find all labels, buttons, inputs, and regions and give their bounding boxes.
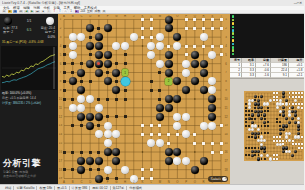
territory-mark-black [245, 154, 247, 156]
stone-white [260, 154, 263, 157]
territory-mark-black [258, 96, 260, 98]
coord-number-right: 1 [223, 18, 230, 21]
territory-mark-white [202, 18, 205, 21]
territory-mark-white [185, 45, 188, 48]
territory-mark-black [254, 154, 256, 156]
territory-mark-black [245, 103, 247, 105]
coord-number-right: 9 [223, 89, 230, 92]
coord-number-right: 12 [223, 115, 230, 118]
territory-mark-black [63, 98, 66, 101]
stone-white [173, 122, 181, 130]
stone-white [182, 69, 190, 77]
territory-mark-black [97, 151, 100, 154]
territory-mark-white [298, 96, 300, 98]
coord-number-right: 3 [223, 36, 230, 39]
coord-letter-bottom: N [166, 180, 172, 183]
coord-letter-bottom: S [209, 180, 215, 183]
territory-mark-black [276, 121, 278, 123]
coord-number-left: 18 [58, 168, 63, 171]
stone-white [251, 128, 254, 131]
territory-mark-white [273, 140, 275, 142]
coord-number-right: 2 [223, 27, 230, 30]
stone-black [260, 110, 263, 113]
stone-black [285, 124, 288, 127]
coord-number-right: 18 [223, 168, 230, 171]
stone-black [282, 113, 285, 116]
stone-black [95, 113, 103, 121]
stone-white [156, 60, 164, 68]
stone-black [285, 99, 288, 102]
coord-number-left: 7 [58, 71, 63, 74]
table-row[interactable]: 33.3-1.69.1+2.1 [230, 73, 304, 78]
app-window: LizzieYzy 0.7.4 - (KataGo 分析引擎) - [研究对局.… [0, 0, 304, 190]
territory-mark-black [115, 62, 118, 65]
territory-mark-black [158, 89, 161, 92]
black-captures: 黑子: 2 [3, 30, 17, 34]
territory-mark-white [282, 103, 284, 105]
territory-mark-black [97, 124, 100, 127]
stone-black [165, 104, 173, 112]
stone-black [104, 51, 112, 59]
coords-toggle[interactable]: 坐标 [87, 10, 93, 13]
territory-mark-black [97, 27, 100, 30]
territory-mark-white [295, 96, 297, 98]
coord-number-left: 16 [58, 150, 63, 153]
territory-mark-white [289, 107, 291, 109]
stone-black [282, 110, 285, 113]
territory-mark-white [273, 136, 275, 138]
territory-mark-white [273, 99, 275, 101]
stone-black [165, 148, 173, 156]
stone-white [182, 113, 190, 121]
stone-black [200, 69, 208, 77]
coord-letter-top: G [113, 15, 119, 18]
territory-mark-white [141, 133, 144, 136]
territory-mark-black [71, 168, 74, 171]
stone-black [251, 154, 254, 157]
stone-black [200, 86, 208, 94]
stone-black [77, 69, 85, 77]
table-cell: +2.1 [289, 73, 304, 78]
territory-mark-black [258, 154, 260, 156]
territory-mark-white [276, 99, 278, 101]
territory-mark-white [276, 136, 278, 138]
stone-white [285, 102, 288, 105]
territory-mark-white [298, 143, 300, 145]
hover-move-marker[interactable] [121, 77, 130, 86]
stone-black [95, 33, 103, 41]
territory-mark-white [292, 140, 294, 142]
territory-mark-black [279, 125, 281, 127]
territory-mark-black [71, 124, 74, 127]
coord-letter-top: E [96, 15, 102, 18]
settings-icon[interactable]: ⚙ [102, 10, 106, 13]
territory-mark-black [251, 118, 253, 120]
log-color-chip [232, 46, 235, 49]
territory-mark-black [71, 62, 74, 65]
stone-black [288, 121, 291, 124]
coord-letter-top: F [105, 15, 111, 18]
territory-mark-black [97, 98, 100, 101]
stone-white [69, 33, 77, 41]
coord-letter-top: K [140, 15, 146, 18]
territory-mark-black [248, 147, 250, 149]
stone-white [285, 135, 288, 138]
territory-mark-white [193, 142, 196, 145]
territory-mark-white [292, 143, 294, 145]
coord-number-left: 13 [58, 124, 63, 127]
close-button[interactable]: ✕ [299, 1, 302, 5]
territory-mark-black [63, 151, 66, 154]
back-icon[interactable]: ◀ [24, 10, 28, 13]
go-board[interactable]: Kata白 12AA11BB22CC33DD44EE55FF66GG77HH88… [58, 14, 230, 184]
territory-mark-white [141, 36, 144, 39]
last-move-icon[interactable]: ⏭ [35, 10, 39, 13]
territory-mark-white [150, 36, 153, 39]
status-segment: 用时 00:12 [89, 186, 109, 190]
letter-red-icon[interactable]: T [52, 10, 56, 13]
stone-black [86, 60, 94, 68]
engine-block[interactable]: 分析引擎 引擎1 权重: 已加载 点击此处启动或停止分析 [3, 157, 41, 178]
stone-white [260, 143, 263, 146]
stone-white [104, 122, 112, 130]
territory-mark-black [71, 98, 74, 101]
territory-mark-white [292, 92, 294, 94]
stone-black [200, 157, 208, 165]
territory-mark-black [80, 124, 83, 127]
coord-letter-top: D [87, 15, 93, 18]
log-color-chip [232, 15, 235, 18]
territory-mark-black [251, 110, 253, 112]
territory-mark-black [251, 147, 253, 149]
territory-mark-black [150, 89, 153, 92]
first-move-icon[interactable]: ⏮ [19, 10, 23, 13]
territory-mark-black [254, 107, 256, 109]
territory-mark-white [158, 124, 161, 127]
coord-letter-top: R [201, 15, 207, 18]
stone-black [254, 135, 257, 138]
territory-mark-black [258, 136, 260, 138]
coord-number-left: 12 [58, 115, 63, 118]
coord-letter-bottom: Q [192, 180, 198, 183]
territory-mark-black [89, 36, 92, 39]
analysis-panel: 1/1 胜率: 77.3 黑子: 2 6.5 目差: 20.4 白子: 2 0.… [0, 14, 58, 184]
save-icon[interactable]: ▦ [13, 10, 17, 13]
territory-mark-white [276, 92, 278, 94]
territory-mark-black [258, 125, 260, 127]
open-file-icon[interactable]: ▣ [8, 10, 12, 13]
territory-mark-white [193, 45, 196, 48]
coord-letter-bottom: E [96, 180, 102, 183]
table-cell: -1.6 [256, 73, 271, 78]
stone-white [104, 139, 112, 147]
coord-letter-bottom: P [183, 180, 189, 183]
status-segment: 权重:18b [36, 186, 54, 190]
coord-number-right: 17 [223, 159, 230, 162]
coord-number-left: 19 [58, 177, 63, 180]
stone-white [208, 122, 216, 130]
territory-mark-white [211, 142, 214, 145]
stone-black [257, 132, 260, 135]
territory-mark-black [63, 53, 66, 56]
forward-icon[interactable]: ▶ [30, 10, 34, 13]
players-header: 1/1 [0, 14, 58, 26]
territory-mark-white [141, 18, 144, 21]
stone-white [288, 132, 291, 135]
black-stone-icon[interactable]: ● [41, 10, 45, 13]
visits-count[interactable]: 243 [80, 10, 85, 13]
triangle-mark-icon[interactable]: △ [63, 10, 67, 13]
coord-number-left: 6 [58, 62, 63, 65]
territory-mark-white [295, 92, 297, 94]
stone-black [104, 60, 112, 68]
territory-mark-white [150, 133, 153, 136]
coord-number-left: 2 [58, 27, 63, 30]
stone-black [95, 51, 103, 59]
territory-mark-black [124, 89, 127, 92]
territory-mark-white [202, 45, 205, 48]
territory-mark-black [71, 151, 74, 154]
coord-letter-bottom: K [140, 180, 146, 183]
candidate-move-marker[interactable]: 2 [165, 78, 172, 85]
stone-white [95, 104, 103, 112]
territory-mark-white [141, 124, 144, 127]
stone-white [69, 42, 77, 50]
coord-number-left: 17 [58, 159, 63, 162]
territory-mark-white [301, 92, 303, 94]
territory-mark-black [276, 118, 278, 120]
variation-table: 序号胜率目差计算量提升13.1+7.6186+0.123.3-0.622.4+1… [230, 58, 304, 79]
coord-letter-bottom: M [157, 180, 163, 183]
coord-number-right: 4 [223, 44, 230, 47]
stone-white [182, 157, 190, 165]
territory-mark-black [89, 53, 92, 56]
new-file-icon[interactable]: ▤ [2, 10, 6, 13]
stone-white [147, 51, 155, 59]
territory-mark-black [254, 147, 256, 149]
territory-mark-white [193, 27, 196, 30]
territory-mark-black [261, 125, 263, 127]
main-area: 1/1 胜率: 77.3 黑子: 2 6.5 目差: 20.4 白子: 2 0.… [0, 14, 304, 184]
territory-mark-black [248, 136, 250, 138]
territory-mark-black [264, 110, 266, 112]
stone-black [251, 113, 254, 116]
status-segment: 第127手 [110, 186, 127, 190]
territory-mark-black [115, 80, 118, 83]
territory-mark-white [279, 136, 281, 138]
territory-mark-black [267, 107, 269, 109]
territory-mark-white [301, 143, 303, 145]
coord-number-right: 15 [223, 142, 230, 145]
status-segment: 引擎:KataGo [13, 186, 36, 190]
territory-mark-black [264, 125, 266, 127]
territory-mark-black [80, 151, 83, 154]
stone-black [165, 24, 173, 32]
log-color-chip [232, 22, 235, 25]
stone-black [282, 91, 285, 94]
territory-mark-white [150, 27, 153, 30]
stone-white [279, 143, 282, 146]
coord-letter-top: J [131, 15, 137, 18]
territory-mark-black [248, 154, 250, 156]
territory-mark-black [248, 114, 250, 116]
territory-mark-black [245, 147, 247, 149]
territory-mark-white [289, 103, 291, 105]
coord-number-left: 3 [58, 36, 63, 39]
stone-black [104, 77, 112, 85]
ownership-thumbnail-board[interactable] [244, 91, 304, 161]
territory-mark-black [124, 53, 127, 56]
coord-number-left: 10 [58, 97, 63, 100]
territory-mark-black [279, 114, 281, 116]
stat-line-visits: 计算量: 386/235 / 2% (+耗时) [2, 101, 56, 106]
stone-white [69, 51, 77, 59]
territory-mark-black [267, 132, 269, 134]
status-segment: 黑+0.5 [54, 186, 68, 190]
stone-white [248, 102, 251, 105]
territory-mark-white [211, 27, 214, 30]
coord-letter-top: H [122, 15, 128, 18]
stone-black [191, 166, 199, 174]
thumbnail-area [230, 79, 304, 184]
letter-blue-icon[interactable]: T [58, 10, 62, 13]
stone-black [104, 24, 112, 32]
stone-white [182, 60, 190, 68]
coord-number-right: 11 [223, 106, 230, 109]
territory-mark-white [185, 27, 188, 30]
status-segment: 分析模式 [126, 186, 144, 190]
stone-white [121, 42, 129, 50]
stone-black [257, 157, 260, 160]
stone-black [251, 121, 254, 124]
window-title: LizzieYzy 0.7.4 - (KataGo 分析引擎) - [研究对局.… [2, 1, 294, 5]
territory-mark-black [150, 80, 153, 83]
territory-mark-black [80, 62, 83, 65]
stone-black [95, 69, 103, 77]
coord-number-right: 19 [223, 177, 230, 180]
stone-black [104, 148, 112, 156]
stone-white [248, 106, 251, 109]
territory-mark-white [202, 142, 205, 145]
coord-number-right: 7 [223, 71, 230, 74]
territory-mark-white [286, 140, 288, 142]
territory-mark-black [267, 125, 269, 127]
territory-mark-black [106, 98, 109, 101]
stone-white [104, 130, 112, 138]
coord-letter-top: C [78, 15, 84, 18]
coord-letter-top: N [166, 15, 172, 18]
coord-letter-bottom: H [122, 180, 128, 183]
territory-mark-black [279, 121, 281, 123]
territory-mark-black [124, 115, 127, 118]
analyze-icon[interactable]: ▶ [75, 10, 79, 13]
coord-letter-bottom: F [105, 180, 111, 183]
white-stone-icon[interactable]: ○ [47, 10, 51, 13]
territory-mark-white [193, 133, 196, 136]
stone-white [121, 166, 129, 174]
stone-white [279, 102, 282, 105]
coord-letter-top: B [70, 15, 76, 18]
territory-mark-black [267, 110, 269, 112]
territory-mark-white [193, 18, 196, 21]
coord-number-left: 14 [58, 133, 63, 136]
coord-letter-bottom: J [131, 180, 137, 183]
territory-mark-black [71, 71, 74, 74]
territory-mark-white [176, 133, 179, 136]
territory-mark-black [245, 107, 247, 109]
territory-mark-black [248, 110, 250, 112]
log-color-chip [232, 49, 235, 52]
territory-mark-black [245, 118, 247, 120]
coord-letter-bottom: T [218, 180, 224, 183]
territory-mark-white [292, 103, 294, 105]
territory-mark-black [267, 121, 269, 123]
movenum-toggle[interactable]: 手数 [94, 10, 100, 13]
stone-white [200, 33, 208, 41]
stone-black [257, 102, 260, 105]
coord-letter-bottom: G [113, 180, 119, 183]
stone-white [266, 102, 269, 105]
territory-mark-black [245, 121, 247, 123]
stone-black [208, 113, 216, 121]
coord-letter-bottom: O [174, 180, 180, 183]
territory-mark-white [282, 143, 284, 145]
stone-black [191, 60, 199, 68]
territory-mark-white [150, 124, 153, 127]
stone-black [294, 113, 297, 116]
log-entry[interactable] [232, 52, 305, 55]
stone-black [86, 157, 94, 165]
coord-number-left: 8 [58, 80, 63, 83]
territory-mark-white [298, 147, 300, 149]
territory-mark-black [63, 45, 66, 48]
coord-letter-top: T [218, 15, 224, 18]
candidate-move-marker[interactable]: 1 [122, 69, 129, 76]
stone-white [156, 42, 164, 50]
log-color-chip [232, 39, 235, 42]
territory-mark-white [158, 133, 161, 136]
territory-mark-white [273, 92, 275, 94]
log-color-chip [232, 53, 235, 56]
winrate-graph[interactable] [1, 46, 57, 90]
stone-white [104, 166, 112, 174]
territory-mark-white [211, 45, 214, 48]
stone-black [248, 117, 251, 120]
territory-mark-black [63, 168, 66, 171]
coord-number-right: 13 [223, 124, 230, 127]
number-mark-icon[interactable]: 1 [69, 10, 73, 13]
territory-mark-white [292, 96, 294, 98]
territory-mark-black [63, 89, 66, 92]
territory-mark-white [185, 53, 188, 56]
right-panel: 序号胜率目差计算量提升13.1+7.6186+0.123.3-0.622.4+1… [230, 14, 304, 184]
analysis-log[interactable] [230, 14, 304, 58]
coord-number-right: 10 [223, 97, 230, 100]
stone-black [156, 113, 164, 121]
table-cell: 9.1 [271, 73, 289, 78]
territory-mark-black [158, 98, 161, 101]
coord-number-left: 4 [58, 44, 63, 47]
territory-mark-black [106, 115, 109, 118]
stone-black [191, 51, 199, 59]
territory-mark-black [63, 80, 66, 83]
stone-black [156, 104, 164, 112]
status-segment: 计算量:386 [69, 186, 90, 190]
territory-mark-black [264, 118, 266, 120]
territory-mark-white [167, 142, 170, 145]
territory-mark-black [254, 118, 256, 120]
stone-black [86, 113, 94, 121]
